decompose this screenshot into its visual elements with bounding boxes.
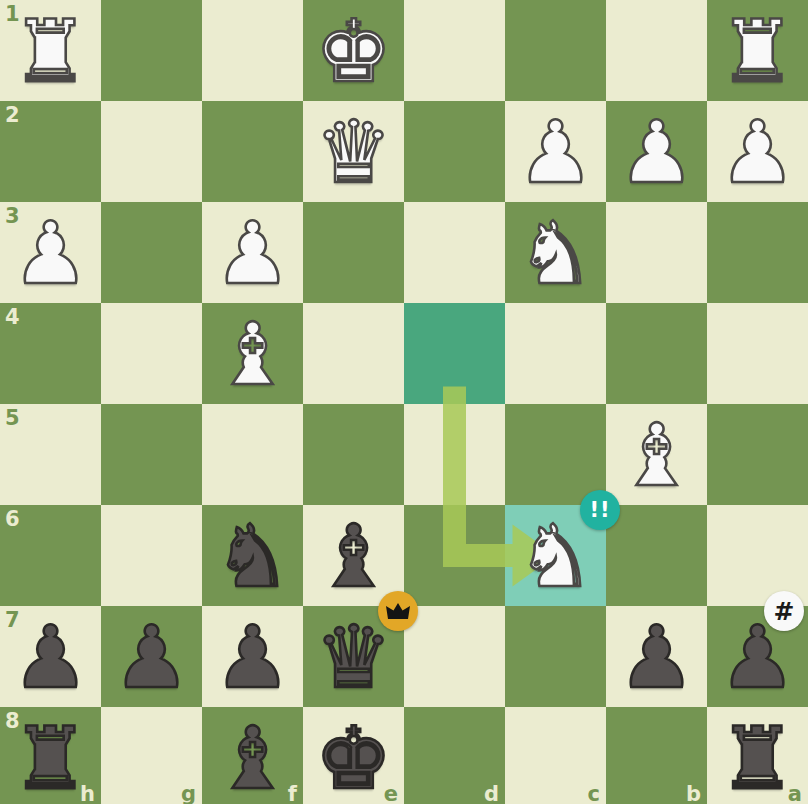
- rank-label-7: 7: [5, 610, 20, 631]
- piece-wK-e1[interactable]: ♚: [303, 0, 404, 101]
- square-b4[interactable]: [606, 303, 707, 404]
- square-h5[interactable]: 5: [0, 404, 101, 505]
- piece-wP-a2[interactable]: ♟: [707, 101, 808, 202]
- square-f8[interactable]: ♝f: [202, 707, 303, 804]
- checkmate-badge: #: [764, 591, 804, 631]
- rank-label-5: 5: [5, 408, 20, 429]
- square-d2[interactable]: [404, 101, 505, 202]
- file-label-f: f: [288, 784, 297, 804]
- file-label-e: e: [384, 784, 398, 804]
- rank-label-3: 3: [5, 206, 20, 227]
- square-h6[interactable]: 6: [0, 505, 101, 606]
- square-a8[interactable]: ♜a: [707, 707, 808, 804]
- piece-bN-f6[interactable]: ♞: [202, 505, 303, 606]
- square-c7[interactable]: [505, 606, 606, 707]
- crown-icon: [385, 600, 411, 622]
- square-b7[interactable]: ♟: [606, 606, 707, 707]
- file-label-b: b: [686, 784, 701, 804]
- rank-label-4: 4: [5, 307, 20, 328]
- piece-wP-f3[interactable]: ♟: [202, 202, 303, 303]
- square-g4[interactable]: [101, 303, 202, 404]
- file-label-d: d: [484, 784, 499, 804]
- file-label-h: h: [80, 784, 95, 804]
- file-label-a: a: [788, 784, 802, 804]
- chess-board[interactable]: !! # ♜1♚♜2♛♟♟♟♟3♟♞4♝5♝6♞♝♞♟7♟♟♛♟♟♜8hg♝f♚…: [0, 0, 808, 804]
- piece-wB-f4[interactable]: ♝: [202, 303, 303, 404]
- square-c2[interactable]: ♟: [505, 101, 606, 202]
- piece-wP-b2[interactable]: ♟: [606, 101, 707, 202]
- rank-label-6: 6: [5, 509, 20, 530]
- square-f1[interactable]: [202, 0, 303, 101]
- square-a3[interactable]: [707, 202, 808, 303]
- square-g2[interactable]: [101, 101, 202, 202]
- square-h3[interactable]: ♟3: [0, 202, 101, 303]
- square-g6[interactable]: [101, 505, 202, 606]
- rank-label-8: 8: [5, 711, 20, 732]
- square-d6[interactable]: [404, 505, 505, 606]
- square-e1[interactable]: ♚: [303, 0, 404, 101]
- file-label-g: g: [181, 784, 196, 804]
- square-f6[interactable]: ♞: [202, 505, 303, 606]
- square-f5[interactable]: [202, 404, 303, 505]
- checkmate-label: #: [774, 599, 795, 624]
- square-b2[interactable]: ♟: [606, 101, 707, 202]
- square-c8[interactable]: c: [505, 707, 606, 804]
- square-d8[interactable]: d: [404, 707, 505, 804]
- piece-bP-g7[interactable]: ♟: [101, 606, 202, 707]
- square-g7[interactable]: ♟: [101, 606, 202, 707]
- square-c3[interactable]: ♞: [505, 202, 606, 303]
- square-g5[interactable]: [101, 404, 202, 505]
- square-f2[interactable]: [202, 101, 303, 202]
- square-a6[interactable]: [707, 505, 808, 606]
- square-d7[interactable]: [404, 606, 505, 707]
- piece-bP-f7[interactable]: ♟: [202, 606, 303, 707]
- square-d4[interactable]: [404, 303, 505, 404]
- square-e2[interactable]: ♛: [303, 101, 404, 202]
- piece-wP-c2[interactable]: ♟: [505, 101, 606, 202]
- piece-wN-c3[interactable]: ♞: [505, 202, 606, 303]
- piece-wQ-e2[interactable]: ♛: [303, 101, 404, 202]
- square-b6[interactable]: [606, 505, 707, 606]
- square-g3[interactable]: [101, 202, 202, 303]
- square-c1[interactable]: [505, 0, 606, 101]
- square-e3[interactable]: [303, 202, 404, 303]
- square-a2[interactable]: ♟: [707, 101, 808, 202]
- rank-label-1: 1: [5, 4, 20, 25]
- square-h8[interactable]: ♜8h: [0, 707, 101, 804]
- rank-label-2: 2: [5, 105, 20, 126]
- square-d1[interactable]: [404, 0, 505, 101]
- square-h1[interactable]: ♜1: [0, 0, 101, 101]
- file-label-c: c: [588, 784, 600, 804]
- square-g8[interactable]: g: [101, 707, 202, 804]
- square-d5[interactable]: [404, 404, 505, 505]
- piece-bP-b7[interactable]: ♟: [606, 606, 707, 707]
- winner-crown-badge: [378, 591, 418, 631]
- square-f7[interactable]: ♟: [202, 606, 303, 707]
- piece-wR-a1[interactable]: ♜: [707, 0, 808, 101]
- piece-wB-b5[interactable]: ♝: [606, 404, 707, 505]
- square-a1[interactable]: ♜: [707, 0, 808, 101]
- square-b3[interactable]: [606, 202, 707, 303]
- square-b1[interactable]: [606, 0, 707, 101]
- square-c5[interactable]: [505, 404, 606, 505]
- square-h2[interactable]: 2: [0, 101, 101, 202]
- square-a4[interactable]: [707, 303, 808, 404]
- square-e6[interactable]: ♝: [303, 505, 404, 606]
- square-d3[interactable]: [404, 202, 505, 303]
- square-c4[interactable]: [505, 303, 606, 404]
- brilliant-move-badge: !!: [580, 490, 620, 530]
- square-b5[interactable]: ♝: [606, 404, 707, 505]
- square-a5[interactable]: [707, 404, 808, 505]
- square-e4[interactable]: [303, 303, 404, 404]
- square-f4[interactable]: ♝: [202, 303, 303, 404]
- square-b8[interactable]: b: [606, 707, 707, 804]
- square-h7[interactable]: ♟7: [0, 606, 101, 707]
- square-e5[interactable]: [303, 404, 404, 505]
- brilliant-move-label: !!: [589, 500, 610, 521]
- piece-bB-e6[interactable]: ♝: [303, 505, 404, 606]
- square-f3[interactable]: ♟: [202, 202, 303, 303]
- square-e8[interactable]: ♚e: [303, 707, 404, 804]
- square-h4[interactable]: 4: [0, 303, 101, 404]
- square-g1[interactable]: [101, 0, 202, 101]
